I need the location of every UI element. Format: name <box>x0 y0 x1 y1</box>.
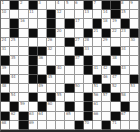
cell-r14c10[interactable]: 70 <box>84 121 93 130</box>
black-cell-r12c2 <box>10 102 19 111</box>
clue-number: 22 <box>112 29 117 33</box>
cell-r13c4[interactable]: 63 <box>29 112 38 121</box>
cell-r1c8[interactable]: 5 <box>65 1 74 10</box>
black-cell-r4c6 <box>47 29 56 38</box>
cell-r6c2[interactable] <box>10 47 19 56</box>
black-cell-r2c6 <box>47 10 56 19</box>
black-cell-r1c12 <box>102 1 111 10</box>
cell-r12c11[interactable]: 61 <box>93 102 102 111</box>
black-cell-r6c13 <box>111 47 120 56</box>
black-cell-r11c1 <box>1 93 10 102</box>
crossword-grid: 1234567891011121314151617181920212223242… <box>0 0 140 132</box>
clue-number: 47 <box>112 75 117 79</box>
cell-r7c9[interactable]: 37 <box>75 56 84 65</box>
cell-r9c8[interactable] <box>65 75 74 84</box>
clue-number: 29 <box>103 38 108 42</box>
cell-r4c1[interactable] <box>1 29 10 38</box>
black-cell-r4c10 <box>84 29 93 38</box>
cell-r9c10[interactable] <box>84 75 93 84</box>
black-cell-r14c12 <box>102 121 111 130</box>
cell-r10c14[interactable] <box>121 84 130 93</box>
cell-r12c3[interactable]: 59 <box>19 102 28 111</box>
clue-number: 60 <box>47 102 52 106</box>
cell-r5c7[interactable] <box>56 38 65 47</box>
cell-r1c5[interactable]: 3 <box>38 1 47 10</box>
cell-r2c2[interactable] <box>10 10 19 19</box>
clue-number: 62 <box>11 112 16 116</box>
cell-r6c15[interactable] <box>130 47 139 56</box>
cell-r13c6[interactable] <box>47 112 56 121</box>
clue-number: 8 <box>121 1 123 5</box>
clue-number: 2 <box>20 1 22 5</box>
cell-r14c8[interactable] <box>65 121 74 130</box>
clue-number: 42 <box>103 66 108 70</box>
cell-r12c9[interactable] <box>75 102 84 111</box>
cell-r13c12[interactable] <box>102 112 111 121</box>
cell-r10c7[interactable] <box>56 84 65 93</box>
cell-r2c3[interactable] <box>19 10 28 19</box>
clue-number: 39 <box>2 66 7 70</box>
black-cell-r7c1 <box>1 56 10 65</box>
black-cell-r6c4 <box>29 47 38 56</box>
cell-r3c13[interactable]: 19 <box>111 19 120 28</box>
cell-r9c2[interactable]: 44 <box>10 75 19 84</box>
cell-r4c7[interactable]: 20 <box>56 29 65 38</box>
clue-number: 54 <box>11 93 16 97</box>
cell-r2c4[interactable]: 11 <box>29 10 38 19</box>
clue-number: 25 <box>11 38 16 42</box>
cell-r12c4[interactable] <box>29 102 38 111</box>
cell-r14c6[interactable] <box>47 121 56 130</box>
black-cell-r3c6 <box>47 19 56 28</box>
clue-number: 10 <box>2 10 7 14</box>
cell-r1c9[interactable]: 6 <box>75 1 84 10</box>
cell-r14c2[interactable] <box>10 121 19 130</box>
clue-number: 56 <box>93 93 98 97</box>
cell-r6c11[interactable] <box>93 47 102 56</box>
clue-number: 70 <box>84 121 89 125</box>
clue-number: 15 <box>121 10 126 14</box>
cell-r1c1[interactable]: 1 <box>1 1 10 10</box>
cell-r13c5[interactable]: 64 <box>38 112 47 121</box>
cell-r10c10[interactable] <box>84 84 93 93</box>
cell-r7c3[interactable] <box>19 56 28 65</box>
clue-number: 14 <box>103 10 108 14</box>
black-cell-r11c13 <box>111 93 120 102</box>
black-cell-r9c15 <box>130 75 139 84</box>
clue-number: 48 <box>2 84 7 88</box>
black-cell-r6c5 <box>38 47 47 56</box>
clue-number: 11 <box>29 10 34 14</box>
cell-r8c15[interactable] <box>130 66 139 75</box>
cell-r9c13[interactable]: 47 <box>111 75 120 84</box>
cell-r7c7[interactable] <box>56 56 65 65</box>
black-cell-r4c2 <box>10 29 19 38</box>
cell-r5c3[interactable] <box>19 38 28 47</box>
clue-number: 38 <box>112 56 117 60</box>
clue-number: 45 <box>47 75 52 79</box>
clue-number: 13 <box>84 10 89 14</box>
cell-r11c8[interactable] <box>65 93 74 102</box>
cell-r8c2[interactable] <box>10 66 19 75</box>
cell-r3c10[interactable] <box>84 19 93 28</box>
clue-number: 18 <box>103 19 108 23</box>
clue-number: 3 <box>38 1 40 5</box>
black-cell-r12c5 <box>38 102 47 111</box>
black-cell-r1c10 <box>84 1 93 10</box>
cell-r6c12[interactable] <box>102 47 111 56</box>
cell-r8c8[interactable] <box>65 66 74 75</box>
clue-number: 46 <box>103 75 108 79</box>
black-cell-r4c4 <box>29 29 38 38</box>
cell-r8c14[interactable]: 43 <box>121 66 130 75</box>
clue-number: 19 <box>112 19 117 23</box>
clue-number: 66 <box>93 112 98 116</box>
cell-r4c8[interactable] <box>65 29 74 38</box>
cell-r1c15[interactable]: 9 <box>130 1 139 10</box>
cell-r7c6[interactable] <box>47 56 56 65</box>
cell-r13c2[interactable]: 62 <box>10 112 19 121</box>
cell-r10c3[interactable] <box>19 84 28 93</box>
clue-number: 53 <box>130 84 135 88</box>
clue-number: 37 <box>75 56 80 60</box>
cell-r6c10[interactable]: 33 <box>84 47 93 56</box>
cell-r3c1[interactable] <box>1 19 10 28</box>
cell-r13c15[interactable] <box>130 112 139 121</box>
cell-r10c11[interactable]: 51 <box>93 84 102 93</box>
clue-number: 51 <box>93 84 98 88</box>
cell-r5c1[interactable]: 24 <box>1 38 10 47</box>
clue-number: 71 <box>112 121 117 125</box>
clue-number: 50 <box>75 84 80 88</box>
black-cell-r9c5 <box>38 75 47 84</box>
cell-r13c7[interactable] <box>56 112 65 121</box>
clue-number: 9 <box>130 1 132 5</box>
cell-r1c3[interactable]: 2 <box>19 1 28 10</box>
black-cell-r7c10 <box>84 56 93 65</box>
cell-r2c1[interactable]: 10 <box>1 10 10 19</box>
cell-r12c15[interactable] <box>130 102 139 111</box>
black-cell-r10c12 <box>102 84 111 93</box>
black-cell-r13c1 <box>1 112 10 121</box>
cell-r7c14[interactable] <box>121 56 130 65</box>
black-cell-r11c4 <box>29 93 38 102</box>
cell-r13c14[interactable]: 67 <box>121 112 130 121</box>
cell-r14c13[interactable]: 71 <box>111 121 120 130</box>
cell-r11c11[interactable]: 56 <box>93 93 102 102</box>
cell-r13c9[interactable] <box>75 112 84 121</box>
cell-r5c4[interactable] <box>29 38 38 47</box>
cell-r14c4[interactable]: 69 <box>29 121 38 130</box>
cell-r6c6[interactable]: 32 <box>47 47 56 56</box>
cell-r1c11[interactable]: 7 <box>93 1 102 10</box>
clue-number: 16 <box>20 19 25 23</box>
cell-r12c13[interactable] <box>111 102 120 111</box>
cell-r3c7[interactable] <box>56 19 65 28</box>
cell-r12c6[interactable]: 60 <box>47 102 56 111</box>
black-cell-r7c4 <box>29 56 38 65</box>
cell-r13c8[interactable]: 65 <box>65 112 74 121</box>
cell-r7c13[interactable]: 38 <box>111 56 120 65</box>
clue-number: 36 <box>38 56 43 60</box>
cell-r7c15[interactable] <box>130 56 139 65</box>
cell-r5c11[interactable] <box>93 38 102 47</box>
cell-r6c3[interactable] <box>19 47 28 56</box>
black-cell-r9c1 <box>1 75 10 84</box>
cell-r5c14[interactable] <box>121 38 130 47</box>
clue-number: 32 <box>47 47 52 51</box>
cell-r4c3[interactable] <box>19 29 28 38</box>
black-cell-r1c4 <box>29 1 38 10</box>
cell-r2c10[interactable]: 13 <box>84 10 93 19</box>
black-cell-r13c13 <box>111 112 120 121</box>
cell-r11c7[interactable]: 55 <box>56 93 65 102</box>
cell-r5c15[interactable]: 30 <box>130 38 139 47</box>
clue-number: 7 <box>93 1 95 5</box>
cell-r12c1[interactable] <box>1 102 10 111</box>
cell-r9c12[interactable]: 46 <box>102 75 111 84</box>
cell-r2c7[interactable]: 12 <box>56 10 65 19</box>
cell-r2c14[interactable]: 15 <box>121 10 130 19</box>
cell-r2c11[interactable] <box>93 10 102 19</box>
cell-r9c6[interactable]: 45 <box>47 75 56 84</box>
black-cell-r13c10 <box>84 112 93 121</box>
cell-r4c5[interactable] <box>38 29 47 38</box>
clue-number: 1 <box>2 1 4 5</box>
cell-r14c11[interactable] <box>93 121 102 130</box>
clue-number: 33 <box>84 47 89 51</box>
cell-r7c5[interactable]: 36 <box>38 56 47 65</box>
black-cell-r7c8 <box>65 56 74 65</box>
cell-r14c15[interactable] <box>130 121 139 130</box>
cell-r6c8[interactable] <box>65 47 74 56</box>
cell-r5c12[interactable]: 29 <box>102 38 111 47</box>
cell-r9c9[interactable] <box>75 75 84 84</box>
cell-r14c14[interactable] <box>121 121 130 130</box>
black-cell-r14c9 <box>75 121 84 130</box>
black-cell-r12c10 <box>84 102 93 111</box>
cell-r5c2[interactable]: 25 <box>10 38 19 47</box>
clue-number: 44 <box>11 75 16 79</box>
clue-number: 40 <box>57 66 62 70</box>
cell-r8c11[interactable]: 41 <box>93 66 102 75</box>
cell-r6c7[interactable] <box>56 47 65 56</box>
cell-r14c1[interactable]: 68 <box>1 121 10 130</box>
clue-number: 24 <box>2 38 7 42</box>
clue-number: 69 <box>29 121 34 125</box>
clue-number: 65 <box>66 112 71 116</box>
cell-r6c1[interactable]: 31 <box>1 47 10 56</box>
black-cell-r9c4 <box>29 75 38 84</box>
clue-number: 30 <box>130 38 135 42</box>
clue-number: 68 <box>2 121 7 125</box>
black-cell-r13c3 <box>19 112 28 121</box>
clue-number: 35 <box>11 56 16 60</box>
black-cell-r3c11 <box>93 19 102 28</box>
black-cell-r1c2 <box>10 1 19 10</box>
cell-r10c4[interactable] <box>29 84 38 93</box>
black-cell-r8c10 <box>84 66 93 75</box>
cell-r14c7[interactable] <box>56 121 65 130</box>
cell-r5c9[interactable]: 27 <box>75 38 84 47</box>
cell-r4c13[interactable]: 22 <box>111 29 120 38</box>
black-cell-r14c3 <box>19 121 28 130</box>
black-cell-r3c8 <box>65 19 74 28</box>
clue-number: 31 <box>2 47 7 51</box>
black-cell-r8c4 <box>29 66 38 75</box>
black-cell-r1c13 <box>111 1 120 10</box>
black-cell-r7c12 <box>102 56 111 65</box>
black-cell-r11c10 <box>84 93 93 102</box>
clue-number: 20 <box>57 29 62 33</box>
black-cell-r11c6 <box>47 93 56 102</box>
clue-number: 49 <box>38 84 43 88</box>
clue-number: 52 <box>112 84 117 88</box>
cell-r8c7[interactable]: 40 <box>56 66 65 75</box>
clue-number: 59 <box>20 102 25 106</box>
cell-r8c12[interactable]: 42 <box>102 66 111 75</box>
clue-number: 4 <box>57 1 59 5</box>
clue-number: 61 <box>93 102 98 106</box>
clue-number: 34 <box>121 47 126 51</box>
cell-r5c6[interactable]: 26 <box>47 38 56 47</box>
black-cell-r12c14 <box>121 102 130 111</box>
cell-r2c5[interactable] <box>38 10 47 19</box>
cell-r10c2[interactable] <box>10 84 19 93</box>
black-cell-r4c12 <box>102 29 111 38</box>
clue-number: 67 <box>121 112 126 116</box>
cell-r13c11[interactable]: 66 <box>93 112 102 121</box>
cell-r3c3[interactable]: 16 <box>19 19 28 28</box>
cell-r3c15[interactable] <box>130 19 139 28</box>
cell-r2c8[interactable] <box>65 10 74 19</box>
cell-r11c5[interactable] <box>38 93 47 102</box>
cell-r5c5[interactable] <box>38 38 47 47</box>
cell-r3c12[interactable]: 18 <box>102 19 111 28</box>
cell-r4c14[interactable]: 23 <box>121 29 130 38</box>
cell-r11c12[interactable]: 57 <box>102 93 111 102</box>
black-cell-r6c9 <box>75 47 84 56</box>
cell-r11c9[interactable] <box>75 93 84 102</box>
cell-r8c9[interactable] <box>75 66 84 75</box>
cell-r6c14[interactable]: 34 <box>121 47 130 56</box>
clue-number: 12 <box>57 10 62 14</box>
black-cell-r9c11 <box>93 75 102 84</box>
black-cell-r5c8 <box>65 38 74 47</box>
cell-r10c15[interactable]: 53 <box>130 84 139 93</box>
cell-r3c5[interactable] <box>38 19 47 28</box>
cell-r2c12[interactable]: 14 <box>102 10 111 19</box>
cell-r4c9[interactable] <box>75 29 84 38</box>
black-cell-r8c6 <box>47 66 56 75</box>
cell-r8c5[interactable] <box>38 66 47 75</box>
clue-number: 58 <box>121 93 126 97</box>
clue-number: 43 <box>121 66 126 70</box>
black-cell-r8c13 <box>111 66 120 75</box>
cell-r8c3[interactable] <box>19 66 28 75</box>
black-cell-r4c15 <box>130 29 139 38</box>
cell-r5c10[interactable]: 28 <box>84 38 93 47</box>
cell-r11c2[interactable]: 54 <box>10 93 19 102</box>
clue-number: 55 <box>57 93 62 97</box>
cell-r11c3[interactable] <box>19 93 28 102</box>
black-cell-r2c13 <box>111 10 120 19</box>
clue-number: 57 <box>103 93 108 97</box>
cell-r9c14[interactable] <box>121 75 130 84</box>
cell-r10c9[interactable]: 50 <box>75 84 84 93</box>
cell-r1c14[interactable]: 8 <box>121 1 130 10</box>
clue-number: 27 <box>75 38 80 42</box>
cell-r9c3[interactable] <box>19 75 28 84</box>
black-cell-r3c2 <box>10 19 19 28</box>
clue-number: 26 <box>47 38 52 42</box>
cell-r1c7[interactable]: 4 <box>56 1 65 10</box>
cell-r11c15[interactable] <box>130 93 139 102</box>
cell-r4c11[interactable]: 21 <box>93 29 102 38</box>
cell-r10c6[interactable] <box>47 84 56 93</box>
clue-number: 41 <box>93 66 98 70</box>
clue-number: 21 <box>93 29 98 33</box>
clue-number: 6 <box>75 1 77 5</box>
clue-number: 63 <box>29 112 34 116</box>
cell-r10c5[interactable]: 49 <box>38 84 47 93</box>
cell-r12c7[interactable] <box>56 102 65 111</box>
cell-r10c13[interactable]: 52 <box>111 84 120 93</box>
cell-r7c2[interactable]: 35 <box>10 56 19 65</box>
clue-number: 17 <box>75 19 80 23</box>
cell-r11c14[interactable]: 58 <box>121 93 130 102</box>
cell-r12c12[interactable] <box>102 102 111 111</box>
cell-r5c13[interactable] <box>111 38 120 47</box>
cell-r3c4[interactable] <box>29 19 38 28</box>
cell-r2c9[interactable] <box>75 10 84 19</box>
black-cell-r10c8 <box>65 84 74 93</box>
clue-number: 23 <box>121 29 126 33</box>
cell-r3c9[interactable]: 17 <box>75 19 84 28</box>
cell-r14c5[interactable] <box>38 121 47 130</box>
black-cell-r12c8 <box>65 102 74 111</box>
cell-r9c7[interactable] <box>56 75 65 84</box>
black-cell-r3c14 <box>121 19 130 28</box>
cell-r1c6[interactable] <box>47 1 56 10</box>
clue-number: 64 <box>38 112 43 116</box>
cell-r7c11[interactable] <box>93 56 102 65</box>
cell-r2c15[interactable] <box>130 10 139 19</box>
clue-number: 5 <box>66 1 68 5</box>
cell-r10c1[interactable]: 48 <box>1 84 10 93</box>
clue-number: 28 <box>84 38 89 42</box>
cell-r8c1[interactable]: 39 <box>1 66 10 75</box>
